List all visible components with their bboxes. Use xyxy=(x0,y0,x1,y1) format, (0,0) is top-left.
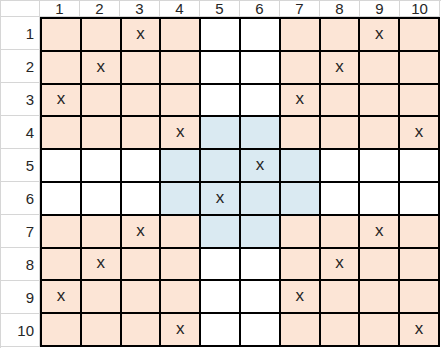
grid-cell[interactable] xyxy=(241,314,279,345)
grid-cell[interactable] xyxy=(281,216,319,247)
grid-cell[interactable] xyxy=(161,281,199,312)
grid-cell[interactable] xyxy=(360,117,398,148)
x-mark: x xyxy=(295,287,304,304)
grid-cell[interactable] xyxy=(400,19,438,50)
grid-cell[interactable] xyxy=(201,281,239,312)
puzzle-grid: xxxxxxxxxxxxxxxxxx xyxy=(40,17,440,347)
x-mark: x xyxy=(415,123,424,140)
grid-cell[interactable] xyxy=(360,281,398,312)
x-mark: x xyxy=(136,222,145,239)
x-mark: x xyxy=(57,90,66,107)
grid-cell[interactable] xyxy=(122,183,160,214)
grid-cell[interactable] xyxy=(360,249,398,280)
grid-cell[interactable] xyxy=(321,216,359,247)
x-mark: x xyxy=(136,25,145,42)
grid-cell[interactable] xyxy=(400,281,438,312)
grid-cell[interactable] xyxy=(360,150,398,181)
grid-cell[interactable] xyxy=(360,52,398,83)
x-mark: x xyxy=(256,156,265,173)
grid-cell[interactable]: x xyxy=(122,216,160,247)
grid-cell[interactable]: x xyxy=(281,85,319,116)
x-mark: x xyxy=(176,123,185,140)
grid-cell[interactable] xyxy=(241,19,279,50)
grid-cell[interactable]: x xyxy=(241,150,279,181)
grid-cell[interactable] xyxy=(122,85,160,116)
x-mark: x xyxy=(176,320,185,337)
grid-cell[interactable] xyxy=(82,183,120,214)
grid-cell[interactable] xyxy=(241,85,279,116)
row-header[interactable]: 6 xyxy=(1,182,39,215)
grid-cell[interactable] xyxy=(201,249,239,280)
grid-cell[interactable] xyxy=(122,52,160,83)
grid-cell[interactable] xyxy=(161,150,199,181)
grid-cell[interactable] xyxy=(201,216,239,247)
grid-cell[interactable]: x xyxy=(400,314,438,345)
grid-cell[interactable] xyxy=(360,85,398,116)
grid-cell[interactable]: x xyxy=(42,281,80,312)
grid-cell[interactable] xyxy=(42,216,80,247)
grid-cell[interactable]: x xyxy=(82,52,120,83)
grid-cell[interactable] xyxy=(161,19,199,50)
x-mark: x xyxy=(295,90,304,107)
grid-cell[interactable] xyxy=(400,85,438,116)
grid-cell[interactable] xyxy=(122,281,160,312)
grid-cell[interactable] xyxy=(281,249,319,280)
grid-cell[interactable] xyxy=(82,85,120,116)
grid-cell[interactable] xyxy=(400,52,438,83)
grid-cell[interactable] xyxy=(82,281,120,312)
grid-cell[interactable] xyxy=(201,150,239,181)
grid-cell[interactable]: x xyxy=(321,249,359,280)
grid-cell[interactable]: x xyxy=(122,19,160,50)
row-headers: 12345678910 xyxy=(1,17,40,347)
grid-cell[interactable] xyxy=(42,314,80,345)
grid-cell[interactable] xyxy=(400,216,438,247)
grid-cell[interactable] xyxy=(201,52,239,83)
grid-cell[interactable] xyxy=(241,249,279,280)
grid-cell[interactable] xyxy=(321,281,359,312)
grid-cell[interactable] xyxy=(42,150,80,181)
column-headers: 12345678910 xyxy=(40,1,440,17)
row-header[interactable]: 1 xyxy=(1,17,39,50)
grid-cell[interactable] xyxy=(321,314,359,345)
column-header[interactable]: 2 xyxy=(80,1,120,16)
spreadsheet: 12345678910 12345678910 xxxxxxxxxxxxxxxx… xyxy=(0,0,441,348)
grid-cell[interactable] xyxy=(161,52,199,83)
grid-cell[interactable] xyxy=(241,52,279,83)
row-header[interactable]: 3 xyxy=(1,83,39,116)
grid-cell[interactable] xyxy=(281,183,319,214)
column-header[interactable]: 9 xyxy=(360,1,400,16)
column-header[interactable]: 5 xyxy=(200,1,240,16)
grid-cell[interactable] xyxy=(400,183,438,214)
grid-cell[interactable] xyxy=(281,314,319,345)
grid-cell[interactable] xyxy=(122,150,160,181)
x-mark: x xyxy=(96,58,105,75)
x-mark: x xyxy=(375,25,384,42)
grid-cell[interactable] xyxy=(42,183,80,214)
grid-cell[interactable] xyxy=(201,117,239,148)
grid-cell[interactable] xyxy=(400,249,438,280)
grid-cell[interactable] xyxy=(241,281,279,312)
grid-cell[interactable] xyxy=(161,85,199,116)
row-header[interactable]: 4 xyxy=(1,116,39,149)
grid-cell[interactable] xyxy=(321,85,359,116)
grid-cell[interactable] xyxy=(281,52,319,83)
grid-cell[interactable]: x xyxy=(201,183,239,214)
row-header[interactable]: 5 xyxy=(1,149,39,182)
grid-cell[interactable]: x xyxy=(360,216,398,247)
grid-cell[interactable]: x xyxy=(321,52,359,83)
grid-cell[interactable] xyxy=(82,216,120,247)
grid-cell[interactable] xyxy=(122,314,160,345)
grid-cell[interactable] xyxy=(400,150,438,181)
header-corner-cell[interactable] xyxy=(1,1,40,17)
grid-cell[interactable] xyxy=(201,314,239,345)
grid-cell[interactable]: x xyxy=(161,117,199,148)
grid-cell[interactable] xyxy=(281,117,319,148)
grid-cell[interactable] xyxy=(321,150,359,181)
x-mark: x xyxy=(335,254,344,271)
grid-cell[interactable]: x xyxy=(400,117,438,148)
grid-cell[interactable] xyxy=(82,314,120,345)
x-mark: x xyxy=(335,58,344,75)
grid-cell[interactable] xyxy=(161,216,199,247)
column-header[interactable]: 7 xyxy=(280,1,320,16)
grid-cell[interactable] xyxy=(42,117,80,148)
column-header[interactable]: 4 xyxy=(160,1,200,16)
x-mark: x xyxy=(96,254,105,271)
grid-cell[interactable] xyxy=(201,19,239,50)
grid-cell[interactable] xyxy=(321,117,359,148)
x-mark: x xyxy=(216,189,225,206)
grid-cell[interactable] xyxy=(82,150,120,181)
grid-cell[interactable]: x xyxy=(360,19,398,50)
column-header[interactable]: 1 xyxy=(40,1,80,16)
grid-cell[interactable] xyxy=(161,249,199,280)
grid-cell[interactable] xyxy=(281,150,319,181)
row-header[interactable]: 10 xyxy=(1,314,39,347)
grid-cell[interactable] xyxy=(360,314,398,345)
grid-cell[interactable]: x xyxy=(82,249,120,280)
grid-cell[interactable] xyxy=(241,183,279,214)
column-header[interactable]: 3 xyxy=(120,1,160,16)
grid-cell[interactable] xyxy=(82,117,120,148)
column-header[interactable]: 6 xyxy=(240,1,280,16)
grid-cell[interactable]: x xyxy=(161,314,199,345)
grid-cell[interactable]: x xyxy=(281,281,319,312)
x-mark: x xyxy=(415,320,424,337)
grid-cell[interactable] xyxy=(122,249,160,280)
grid-cell[interactable] xyxy=(201,85,239,116)
grid-cell[interactable] xyxy=(42,19,80,50)
row-header[interactable]: 8 xyxy=(1,248,39,281)
x-mark: x xyxy=(375,222,384,239)
column-header[interactable]: 10 xyxy=(400,1,440,16)
grid-cell[interactable] xyxy=(360,183,398,214)
grid-cell[interactable] xyxy=(241,117,279,148)
row-header[interactable]: 7 xyxy=(1,215,39,248)
grid-cell[interactable] xyxy=(321,183,359,214)
column-header[interactable]: 8 xyxy=(320,1,360,16)
grid-cell[interactable]: x xyxy=(42,85,80,116)
x-mark: x xyxy=(57,287,66,304)
grid-cell[interactable] xyxy=(241,216,279,247)
grid-cell[interactable] xyxy=(82,19,120,50)
grid-cell[interactable] xyxy=(122,117,160,148)
grid-cell[interactable] xyxy=(161,183,199,214)
row-header[interactable]: 2 xyxy=(1,50,39,83)
grid-cell[interactable] xyxy=(321,19,359,50)
grid-cell[interactable] xyxy=(42,52,80,83)
grid-cell[interactable] xyxy=(42,249,80,280)
grid-cell[interactable] xyxy=(281,19,319,50)
row-header[interactable]: 9 xyxy=(1,281,39,314)
